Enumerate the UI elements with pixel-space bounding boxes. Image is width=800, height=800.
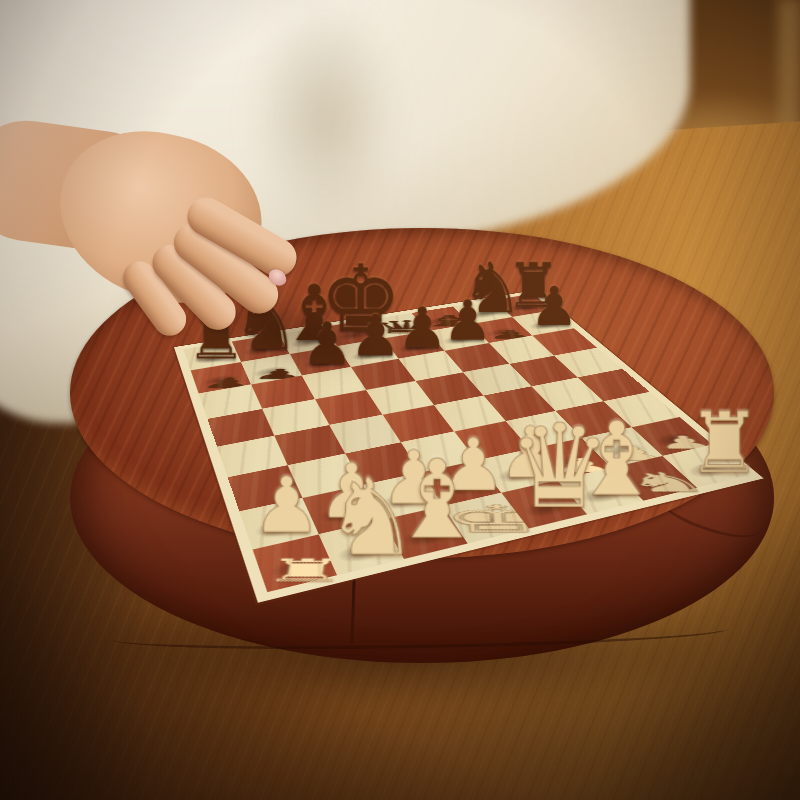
square-e1: ♛ bbox=[501, 480, 587, 529]
scene: ♜♞♝♚♛♝♞♜♟♟♟♟♟♟♟♟♟♟♟♟♟♟♟♟♜♞♝♚♛♝♞♜ bbox=[0, 0, 800, 800]
square-b1: ♞ bbox=[319, 520, 404, 575]
piece-white-pawn-a2: ♟ bbox=[252, 470, 322, 544]
piece-black-pawn-h7: ♟ bbox=[530, 282, 578, 333]
player-hand bbox=[0, 0, 500, 420]
piece-white-rook-h1: ♜ bbox=[687, 402, 763, 482]
piece-white-knight-b1: ♞ bbox=[324, 467, 419, 568]
square-a2: ♟ bbox=[239, 498, 318, 550]
piece-white-queen-e1: ♛ bbox=[507, 412, 612, 523]
